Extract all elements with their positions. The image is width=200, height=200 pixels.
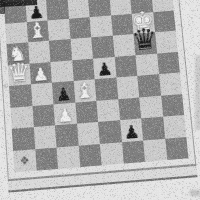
square-c1[interactable] [56,145,79,169]
square-b3[interactable] [32,104,55,127]
square-a3[interactable] [10,106,33,129]
square-a4[interactable] [9,84,32,107]
square-c7[interactable] [47,18,70,40]
square-d4[interactable]: ♝ [73,79,96,102]
board-logo-stamp: ❖ [19,155,30,167]
square-c5[interactable] [50,60,73,83]
square-c3[interactable]: ♟ [53,102,76,125]
square-b6[interactable] [28,41,51,64]
piece-white-bishop-b7[interactable]: ♝ [27,20,48,43]
square-b4[interactable] [30,83,53,106]
piece-white-pawn-c3[interactable]: ♟ [56,106,73,125]
square-a8[interactable] [4,1,26,23]
square-d8[interactable] [67,0,90,18]
square-h4[interactable] [159,72,182,95]
square-h3[interactable] [161,94,185,117]
square-e2[interactable] [98,120,121,143]
square-e5[interactable]: ♟ [93,57,116,80]
square-c4[interactable]: ♟ [52,81,75,104]
square-h5[interactable] [157,51,180,74]
piece-white-queen-a5[interactable]: ♛ [7,59,32,86]
square-f2[interactable]: ♟ [120,118,143,141]
square-e8[interactable] [88,0,111,17]
piece-black-pawn-f2[interactable]: ♟ [123,122,141,141]
square-e3[interactable] [96,99,119,122]
piece-black-queen-g6[interactable]: ♛ [130,24,159,55]
square-f5[interactable] [114,55,137,78]
photo-edge-smudge [190,190,200,196]
square-h1[interactable] [165,137,189,161]
square-g6[interactable]: ♛ [134,32,157,54]
square-b2[interactable] [33,125,56,148]
photo-frame: ♟♝♚♞♛♛♟♟♟♝♟♟❖ © [0,0,200,200]
square-d1[interactable] [78,144,101,168]
photo-edge-smudge [195,55,200,130]
square-g3[interactable] [139,95,162,118]
square-d3[interactable] [75,100,98,123]
square-f4[interactable] [116,76,139,99]
square-a1[interactable]: ❖ [13,149,36,173]
square-c8[interactable] [46,0,69,20]
square-g2[interactable] [141,117,165,140]
square-g5[interactable] [135,53,158,76]
square-f1[interactable] [121,140,145,164]
square-g1[interactable] [143,138,167,162]
square-e4[interactable] [95,78,118,101]
board-grid: ♟♝♚♞♛♛♟♟♟♝♟♟❖ [4,0,189,172]
square-d7[interactable] [68,17,91,39]
square-f3[interactable] [118,97,141,120]
square-b5[interactable]: ♟ [29,62,52,85]
square-c2[interactable] [55,124,78,147]
square-a5[interactable]: ♛ [8,63,31,86]
square-e7[interactable] [90,15,113,37]
square-d2[interactable] [77,122,100,145]
square-e1[interactable] [100,142,124,166]
piece-white-pawn-b5[interactable]: ♟ [32,65,49,84]
square-a2[interactable] [12,127,35,150]
piece-white-bishop-d4[interactable]: ♝ [74,79,95,102]
piece-black-pawn-e5[interactable]: ♟ [96,60,113,79]
square-g4[interactable] [137,74,160,97]
square-e6[interactable] [91,36,114,59]
square-h2[interactable] [163,115,187,138]
chessboard: ♟♝♚♞♛♛♟♟♟♝♟♟❖ © [0,0,198,193]
square-d6[interactable] [70,37,93,60]
square-c6[interactable] [49,39,72,62]
piece-black-pawn-c4[interactable]: ♟ [55,85,72,104]
square-b7[interactable]: ♝ [26,20,49,42]
square-b1[interactable] [35,147,58,171]
board-frame: ♟♝♚♞♛♛♟♟♟♝♟♟❖ © [0,0,196,180]
